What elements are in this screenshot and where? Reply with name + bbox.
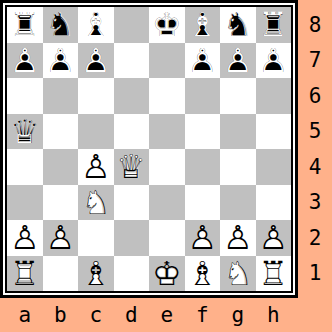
- white-rook-piece[interactable]: ♜♖: [7, 256, 43, 292]
- file-label-e: e: [149, 298, 185, 332]
- rank-labels: 87654321: [298, 7, 332, 291]
- rank-label-8: 8: [298, 7, 332, 43]
- white-pawn-outline-glyph: ♙: [43, 220, 79, 256]
- square-h1[interactable]: ♜♖: [256, 256, 292, 292]
- black-knight-piece[interactable]: ♞♘: [220, 7, 256, 43]
- file-label-f: f: [185, 298, 221, 332]
- square-g2[interactable]: ♟♙: [220, 220, 256, 256]
- white-rook-outline-glyph: ♖: [7, 256, 43, 292]
- square-c5[interactable]: [78, 114, 114, 150]
- rank-label-5: 5: [298, 114, 332, 150]
- square-a5[interactable]: ♛♕: [7, 114, 43, 150]
- black-pawn-outline-glyph: ♙: [185, 43, 221, 79]
- chess-app: ♜♖♞♘♝♗♚♔♝♗♞♘♜♖♟♙♟♙♟♙♟♙♟♙♟♙♛♕♟♙♛♕♞♘♟♙♟♙♟♙…: [0, 0, 332, 332]
- rank-label-7: 7: [298, 43, 332, 79]
- black-pawn-piece[interactable]: ♟♙: [220, 43, 256, 79]
- white-bishop-piece[interactable]: ♝♗: [78, 256, 114, 292]
- square-b5[interactable]: [43, 114, 79, 150]
- square-h5[interactable]: [256, 114, 292, 150]
- square-a4[interactable]: [7, 149, 43, 185]
- white-bishop-outline-glyph: ♗: [185, 256, 221, 292]
- square-d1[interactable]: [114, 256, 150, 292]
- file-labels: abcdefgh: [7, 298, 291, 332]
- black-bishop-outline-glyph: ♗: [185, 7, 221, 43]
- square-c7[interactable]: ♟♙: [78, 43, 114, 79]
- square-b2[interactable]: ♟♙: [43, 220, 79, 256]
- square-a1[interactable]: ♜♖: [7, 256, 43, 292]
- black-bishop-outline-glyph: ♗: [78, 7, 114, 43]
- square-g8[interactable]: ♞♘: [220, 7, 256, 43]
- square-f4[interactable]: [185, 149, 221, 185]
- square-h4[interactable]: [256, 149, 292, 185]
- black-pawn-outline-glyph: ♙: [220, 43, 256, 79]
- white-queen-piece[interactable]: ♛♕: [114, 149, 150, 185]
- black-rook-outline-glyph: ♖: [256, 7, 292, 43]
- file-label-h: h: [256, 298, 292, 332]
- white-pawn-piece[interactable]: ♟♙: [43, 220, 79, 256]
- square-b7[interactable]: ♟♙: [43, 43, 79, 79]
- white-pawn-outline-glyph: ♙: [78, 149, 114, 185]
- file-label-d: d: [114, 298, 150, 332]
- black-pawn-outline-glyph: ♙: [78, 43, 114, 79]
- square-a7[interactable]: ♟♙: [7, 43, 43, 79]
- black-knight-piece[interactable]: ♞♘: [43, 7, 79, 43]
- square-e1[interactable]: ♚♔: [149, 256, 185, 292]
- black-knight-outline-glyph: ♘: [220, 7, 256, 43]
- white-pawn-piece[interactable]: ♟♙: [256, 220, 292, 256]
- white-queen-outline-glyph: ♕: [114, 149, 150, 185]
- file-label-g: g: [220, 298, 256, 332]
- square-b4[interactable]: [43, 149, 79, 185]
- white-king-piece[interactable]: ♚♔: [149, 256, 185, 292]
- black-rook-piece[interactable]: ♜♖: [7, 7, 43, 43]
- square-h3[interactable]: [256, 185, 292, 221]
- square-c6[interactable]: [78, 78, 114, 114]
- square-e3[interactable]: [149, 185, 185, 221]
- square-d4[interactable]: ♛♕: [114, 149, 150, 185]
- white-pawn-piece[interactable]: ♟♙: [7, 220, 43, 256]
- black-rook-outline-glyph: ♖: [7, 7, 43, 43]
- square-a2[interactable]: ♟♙: [7, 220, 43, 256]
- board-frame: ♜♖♞♘♝♗♚♔♝♗♞♘♜♖♟♙♟♙♟♙♟♙♟♙♟♙♛♕♟♙♛♕♞♘♟♙♟♙♟♙…: [0, 0, 298, 298]
- black-king-piece[interactable]: ♚♔: [149, 7, 185, 43]
- square-d7[interactable]: [114, 43, 150, 79]
- square-c8[interactable]: ♝♗: [78, 7, 114, 43]
- board-inner-border: ♜♖♞♘♝♗♚♔♝♗♞♘♜♖♟♙♟♙♟♙♟♙♟♙♟♙♛♕♟♙♛♕♞♘♟♙♟♙♟♙…: [5, 5, 293, 293]
- square-d6[interactable]: [114, 78, 150, 114]
- white-pawn-piece[interactable]: ♟♙: [78, 149, 114, 185]
- square-a6[interactable]: [7, 78, 43, 114]
- square-e4[interactable]: [149, 149, 185, 185]
- black-pawn-piece[interactable]: ♟♙: [43, 43, 79, 79]
- square-d2[interactable]: [114, 220, 150, 256]
- white-knight-piece[interactable]: ♞♘: [220, 256, 256, 292]
- square-f1[interactable]: ♝♗: [185, 256, 221, 292]
- square-f7[interactable]: ♟♙: [185, 43, 221, 79]
- square-f6[interactable]: [185, 78, 221, 114]
- rank-label-6: 6: [298, 78, 332, 114]
- square-h8[interactable]: ♜♖: [256, 7, 292, 43]
- square-b3[interactable]: [43, 185, 79, 221]
- file-label-a: a: [7, 298, 43, 332]
- black-pawn-outline-glyph: ♙: [256, 43, 292, 79]
- black-pawn-outline-glyph: ♙: [7, 43, 43, 79]
- black-pawn-piece[interactable]: ♟♙: [185, 43, 221, 79]
- white-bishop-piece[interactable]: ♝♗: [185, 256, 221, 292]
- file-label-c: c: [78, 298, 114, 332]
- square-g1[interactable]: ♞♘: [220, 256, 256, 292]
- square-h7[interactable]: ♟♙: [256, 43, 292, 79]
- black-rook-piece[interactable]: ♜♖: [256, 7, 292, 43]
- black-king-outline-glyph: ♔: [149, 7, 185, 43]
- square-e2[interactable]: [149, 220, 185, 256]
- square-h2[interactable]: ♟♙: [256, 220, 292, 256]
- square-e7[interactable]: [149, 43, 185, 79]
- square-f5[interactable]: [185, 114, 221, 150]
- white-knight-outline-glyph: ♘: [78, 185, 114, 221]
- square-b1[interactable]: [43, 256, 79, 292]
- square-g6[interactable]: [220, 78, 256, 114]
- square-g7[interactable]: ♟♙: [220, 43, 256, 79]
- black-queen-piece[interactable]: ♛♕: [7, 114, 43, 150]
- square-e6[interactable]: [149, 78, 185, 114]
- white-king-outline-glyph: ♔: [149, 256, 185, 292]
- black-bishop-piece[interactable]: ♝♗: [185, 7, 221, 43]
- black-pawn-outline-glyph: ♙: [43, 43, 79, 79]
- square-d3[interactable]: [114, 185, 150, 221]
- square-h6[interactable]: [256, 78, 292, 114]
- square-f3[interactable]: [185, 185, 221, 221]
- square-d8[interactable]: [114, 7, 150, 43]
- black-bishop-piece[interactable]: ♝♗: [78, 7, 114, 43]
- white-rook-piece[interactable]: ♜♖: [256, 256, 292, 292]
- white-knight-outline-glyph: ♘: [220, 256, 256, 292]
- rank-label-3: 3: [298, 185, 332, 221]
- white-pawn-outline-glyph: ♙: [7, 220, 43, 256]
- square-g4[interactable]: [220, 149, 256, 185]
- rank-label-2: 2: [298, 220, 332, 256]
- white-rook-outline-glyph: ♖: [256, 256, 292, 292]
- white-pawn-outline-glyph: ♙: [256, 220, 292, 256]
- square-g3[interactable]: [220, 185, 256, 221]
- square-c3[interactable]: ♞♘: [78, 185, 114, 221]
- square-e5[interactable]: [149, 114, 185, 150]
- rank-label-4: 4: [298, 149, 332, 185]
- white-pawn-outline-glyph: ♙: [220, 220, 256, 256]
- black-pawn-piece[interactable]: ♟♙: [7, 43, 43, 79]
- square-b6[interactable]: [43, 78, 79, 114]
- square-e8[interactable]: ♚♔: [149, 7, 185, 43]
- square-a8[interactable]: ♜♖: [7, 7, 43, 43]
- square-c1[interactable]: ♝♗: [78, 256, 114, 292]
- white-pawn-piece[interactable]: ♟♙: [220, 220, 256, 256]
- black-queen-outline-glyph: ♕: [7, 114, 43, 150]
- white-bishop-outline-glyph: ♗: [78, 256, 114, 292]
- square-f8[interactable]: ♝♗: [185, 7, 221, 43]
- square-a3[interactable]: [7, 185, 43, 221]
- square-b8[interactable]: ♞♘: [43, 7, 79, 43]
- square-g5[interactable]: [220, 114, 256, 150]
- square-c2[interactable]: [78, 220, 114, 256]
- black-pawn-piece[interactable]: ♟♙: [256, 43, 292, 79]
- chess-board: ♜♖♞♘♝♗♚♔♝♗♞♘♜♖♟♙♟♙♟♙♟♙♟♙♟♙♛♕♟♙♛♕♞♘♟♙♟♙♟♙…: [7, 7, 291, 291]
- square-c4[interactable]: ♟♙: [78, 149, 114, 185]
- black-pawn-piece[interactable]: ♟♙: [78, 43, 114, 79]
- square-d5[interactable]: [114, 114, 150, 150]
- white-pawn-outline-glyph: ♙: [185, 220, 221, 256]
- file-label-b: b: [43, 298, 79, 332]
- white-pawn-piece[interactable]: ♟♙: [185, 220, 221, 256]
- square-f2[interactable]: ♟♙: [185, 220, 221, 256]
- white-knight-piece[interactable]: ♞♘: [78, 185, 114, 221]
- black-knight-outline-glyph: ♘: [43, 7, 79, 43]
- rank-label-1: 1: [298, 256, 332, 292]
